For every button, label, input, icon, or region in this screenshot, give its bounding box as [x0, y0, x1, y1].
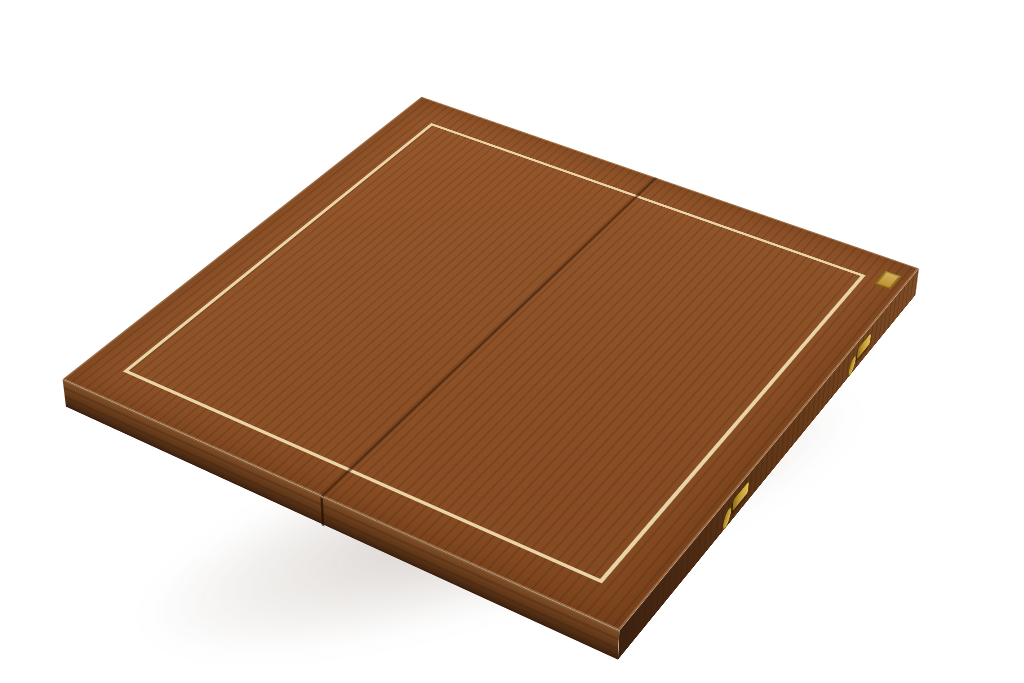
board-top-surface	[63, 97, 919, 631]
chess-board	[63, 97, 919, 631]
maple-inlay-border	[123, 123, 866, 583]
brand-emblem	[874, 270, 902, 290]
scene	[0, 0, 1024, 683]
fold-seam-side	[320, 497, 324, 526]
photo-stage	[0, 0, 1024, 683]
